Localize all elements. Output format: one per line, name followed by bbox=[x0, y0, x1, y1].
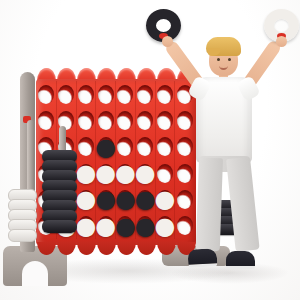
boy-hand bbox=[276, 36, 287, 47]
product-photo-scene: ●●●●●●●●●●●●●●●●●● bbox=[0, 0, 300, 300]
boy-eye bbox=[228, 58, 231, 61]
boy-pant-leg bbox=[226, 157, 260, 252]
boy-shoe bbox=[188, 248, 218, 267]
boy-celebrating bbox=[0, 0, 300, 300]
boy-pant-leg bbox=[196, 158, 223, 252]
boy-eye bbox=[217, 58, 220, 61]
boy-shoe bbox=[226, 251, 255, 269]
boy-hand bbox=[162, 36, 173, 47]
